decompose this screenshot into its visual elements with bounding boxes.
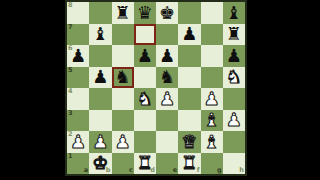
black-knight-piece: ♞ bbox=[112, 67, 134, 89]
square-h2[interactable] bbox=[223, 131, 245, 153]
square-e6[interactable]: ♟ bbox=[156, 45, 178, 67]
square-b8[interactable] bbox=[89, 2, 111, 24]
file-label-a: a bbox=[84, 167, 88, 174]
square-g8[interactable] bbox=[201, 2, 223, 24]
square-e2[interactable] bbox=[156, 131, 178, 153]
white-knight-piece: ♞ bbox=[223, 67, 245, 89]
square-f3[interactable] bbox=[178, 110, 200, 132]
square-c4[interactable] bbox=[112, 88, 134, 110]
square-a8[interactable]: 8 bbox=[67, 2, 89, 24]
square-b3[interactable] bbox=[89, 110, 111, 132]
chess-board: 8♜♛♚♝7♝♟♜6♟♟♟♟5♟♞♞♞4♞♟♟3♝♟2♟♟♟♛♝1ab♚cd♜e… bbox=[65, 0, 247, 176]
square-f7[interactable]: ♟ bbox=[178, 24, 200, 46]
black-king-piece: ♚ bbox=[156, 2, 178, 24]
black-pawn-piece: ♟ bbox=[156, 45, 178, 67]
square-g7[interactable] bbox=[201, 24, 223, 46]
square-h3[interactable]: ♟ bbox=[223, 110, 245, 132]
rank-label-2: 2 bbox=[68, 131, 73, 138]
white-pawn-piece: ♟ bbox=[112, 131, 134, 153]
square-c2[interactable]: ♟ bbox=[112, 131, 134, 153]
rank-label-5: 5 bbox=[68, 67, 73, 74]
square-e4[interactable]: ♟ bbox=[156, 88, 178, 110]
file-label-d: d bbox=[150, 167, 155, 174]
square-g4[interactable]: ♟ bbox=[201, 88, 223, 110]
square-d6[interactable]: ♟ bbox=[134, 45, 156, 67]
square-a1[interactable]: 1a bbox=[67, 153, 89, 175]
rank-label-6: 6 bbox=[68, 45, 73, 52]
white-bishop-piece: ♝ bbox=[201, 110, 223, 132]
white-pawn-piece: ♟ bbox=[223, 110, 245, 132]
white-pawn-piece: ♟ bbox=[89, 131, 111, 153]
file-label-e: e bbox=[173, 167, 177, 174]
black-rook-piece: ♜ bbox=[223, 24, 245, 46]
square-b6[interactable] bbox=[89, 45, 111, 67]
square-d8[interactable]: ♛ bbox=[134, 2, 156, 24]
black-bishop-piece: ♝ bbox=[89, 24, 111, 46]
square-a3[interactable]: 3 bbox=[67, 110, 89, 132]
square-e5[interactable]: ♞ bbox=[156, 67, 178, 89]
file-label-b: b bbox=[106, 167, 111, 174]
square-h8[interactable]: ♝ bbox=[223, 2, 245, 24]
square-c5[interactable]: ♞ bbox=[112, 67, 134, 89]
square-a5[interactable]: 5 bbox=[67, 67, 89, 89]
square-g2[interactable]: ♝ bbox=[201, 131, 223, 153]
square-c8[interactable]: ♜ bbox=[112, 2, 134, 24]
square-h5[interactable]: ♞ bbox=[223, 67, 245, 89]
square-h7[interactable]: ♜ bbox=[223, 24, 245, 46]
square-d1[interactable]: d♜ bbox=[134, 153, 156, 175]
square-b1[interactable]: b♚ bbox=[89, 153, 111, 175]
square-c1[interactable]: c bbox=[112, 153, 134, 175]
board-grid: 8♜♛♚♝7♝♟♜6♟♟♟♟5♟♞♞♞4♞♟♟3♝♟2♟♟♟♛♝1ab♚cd♜e… bbox=[67, 2, 245, 174]
square-a4[interactable]: 4 bbox=[67, 88, 89, 110]
app-background: 8♜♛♚♝7♝♟♜6♟♟♟♟5♟♞♞♞4♞♟♟3♝♟2♟♟♟♛♝1ab♚cd♜e… bbox=[0, 0, 320, 180]
square-f4[interactable] bbox=[178, 88, 200, 110]
rank-label-8: 8 bbox=[68, 2, 73, 9]
file-label-f: f bbox=[197, 167, 200, 174]
black-pawn-piece: ♟ bbox=[134, 45, 156, 67]
file-label-c: c bbox=[129, 167, 133, 174]
square-f2[interactable]: ♛ bbox=[178, 131, 200, 153]
square-c6[interactable] bbox=[112, 45, 134, 67]
square-b5[interactable]: ♟ bbox=[89, 67, 111, 89]
square-b2[interactable]: ♟ bbox=[89, 131, 111, 153]
rank-label-1: 1 bbox=[68, 153, 73, 160]
black-rook-piece: ♜ bbox=[112, 2, 134, 24]
square-h4[interactable] bbox=[223, 88, 245, 110]
black-pawn-piece: ♟ bbox=[178, 24, 200, 46]
square-e8[interactable]: ♚ bbox=[156, 2, 178, 24]
white-pawn-piece: ♟ bbox=[156, 88, 178, 110]
square-d3[interactable] bbox=[134, 110, 156, 132]
rank-label-4: 4 bbox=[68, 88, 73, 95]
file-label-g: g bbox=[217, 167, 222, 174]
square-h6[interactable]: ♟ bbox=[223, 45, 245, 67]
square-b7[interactable]: ♝ bbox=[89, 24, 111, 46]
white-bishop-piece: ♝ bbox=[201, 131, 223, 153]
square-e3[interactable] bbox=[156, 110, 178, 132]
square-d5[interactable] bbox=[134, 67, 156, 89]
rank-label-3: 3 bbox=[68, 110, 73, 117]
black-bishop-piece: ♝ bbox=[223, 2, 245, 24]
square-f8[interactable] bbox=[178, 2, 200, 24]
square-c3[interactable] bbox=[112, 110, 134, 132]
square-g6[interactable] bbox=[201, 45, 223, 67]
square-f6[interactable] bbox=[178, 45, 200, 67]
square-g1[interactable]: g bbox=[201, 153, 223, 175]
black-pawn-piece: ♟ bbox=[223, 45, 245, 67]
black-pawn-piece: ♟ bbox=[89, 67, 111, 89]
square-a6[interactable]: 6♟ bbox=[67, 45, 89, 67]
square-d7[interactable] bbox=[134, 24, 156, 46]
white-queen-piece: ♛ bbox=[178, 131, 200, 153]
rank-label-7: 7 bbox=[68, 24, 73, 31]
square-h1[interactable]: h bbox=[223, 153, 245, 175]
file-label-h: h bbox=[239, 167, 244, 174]
square-g5[interactable] bbox=[201, 67, 223, 89]
square-f5[interactable] bbox=[178, 67, 200, 89]
square-e7[interactable] bbox=[156, 24, 178, 46]
white-pawn-piece: ♟ bbox=[201, 88, 223, 110]
square-d4[interactable]: ♞ bbox=[134, 88, 156, 110]
square-c7[interactable] bbox=[112, 24, 134, 46]
black-queen-piece: ♛ bbox=[134, 2, 156, 24]
square-g3[interactable]: ♝ bbox=[201, 110, 223, 132]
square-d2[interactable] bbox=[134, 131, 156, 153]
square-b4[interactable] bbox=[89, 88, 111, 110]
square-a2[interactable]: 2♟ bbox=[67, 131, 89, 153]
square-a7[interactable]: 7 bbox=[67, 24, 89, 46]
square-f1[interactable]: f♜ bbox=[178, 153, 200, 175]
white-knight-piece: ♞ bbox=[134, 88, 156, 110]
black-knight-piece: ♞ bbox=[156, 67, 178, 89]
square-e1[interactable]: e bbox=[156, 153, 178, 175]
